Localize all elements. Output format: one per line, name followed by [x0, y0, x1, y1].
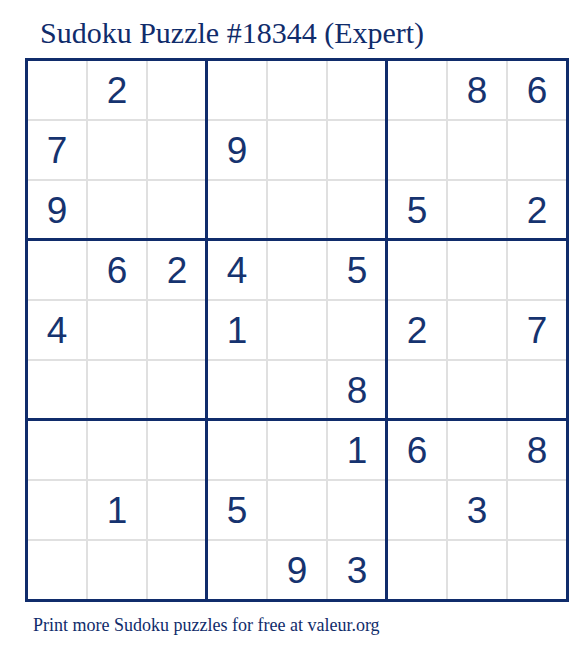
- block-divider-horizontal-1: [28, 238, 566, 241]
- cell-r8c8: 3: [448, 481, 506, 539]
- cell-r2c5: [268, 121, 326, 179]
- footer-text: Print more Sudoku puzzles for free at va…: [33, 615, 380, 636]
- cell-r7c2: [88, 421, 146, 479]
- cell-r6c3: [148, 361, 206, 419]
- cell-r5c9: 7: [508, 301, 566, 359]
- cell-r8c2: 1: [88, 481, 146, 539]
- cell-r9c3: [148, 541, 206, 599]
- cell-r9c4: [208, 541, 266, 599]
- cell-r1c4: [208, 61, 266, 119]
- cell-r3c4: [208, 181, 266, 239]
- cell-r5c2: [88, 301, 146, 359]
- cell-r1c5: [268, 61, 326, 119]
- cell-r9c5: 9: [268, 541, 326, 599]
- cell-r7c6: 1: [328, 421, 386, 479]
- cell-r8c7: [388, 481, 446, 539]
- cell-r9c9: [508, 541, 566, 599]
- cell-r6c7: [388, 361, 446, 419]
- cell-r7c7: 6: [388, 421, 446, 479]
- cell-r2c3: [148, 121, 206, 179]
- cell-r1c8: 8: [448, 61, 506, 119]
- cell-r4c5: [268, 241, 326, 299]
- block-divider-horizontal-2: [28, 418, 566, 421]
- cell-r8c4: 5: [208, 481, 266, 539]
- cell-r3c3: [148, 181, 206, 239]
- cell-r1c1: [28, 61, 86, 119]
- cell-r7c3: [148, 421, 206, 479]
- cell-r6c8: [448, 361, 506, 419]
- cell-r2c9: [508, 121, 566, 179]
- cell-r7c1: [28, 421, 86, 479]
- cell-r8c3: [148, 481, 206, 539]
- cell-r3c2: [88, 181, 146, 239]
- cell-r3c6: [328, 181, 386, 239]
- cell-r3c7: 5: [388, 181, 446, 239]
- cell-r5c5: [268, 301, 326, 359]
- cell-r2c7: [388, 121, 446, 179]
- cell-r8c1: [28, 481, 86, 539]
- cell-r2c8: [448, 121, 506, 179]
- cell-r4c3: 2: [148, 241, 206, 299]
- cell-r8c6: [328, 481, 386, 539]
- cell-r6c5: [268, 361, 326, 419]
- cell-r7c5: [268, 421, 326, 479]
- cell-r4c2: 6: [88, 241, 146, 299]
- cell-r7c8: [448, 421, 506, 479]
- cell-r2c6: [328, 121, 386, 179]
- sudoku-grid: 2867995262454127816815393: [28, 61, 566, 599]
- cell-r6c4: [208, 361, 266, 419]
- cell-r4c8: [448, 241, 506, 299]
- cell-r4c1: [28, 241, 86, 299]
- cell-r1c9: 6: [508, 61, 566, 119]
- cell-r3c5: [268, 181, 326, 239]
- cell-r1c7: [388, 61, 446, 119]
- cell-r7c4: [208, 421, 266, 479]
- block-divider-vertical-1: [205, 61, 208, 599]
- cell-r5c7: 2: [388, 301, 446, 359]
- cell-r5c1: 4: [28, 301, 86, 359]
- cell-r5c4: 1: [208, 301, 266, 359]
- cell-r8c5: [268, 481, 326, 539]
- cell-r9c1: [28, 541, 86, 599]
- cell-r2c2: [88, 121, 146, 179]
- cell-r5c3: [148, 301, 206, 359]
- cell-r6c2: [88, 361, 146, 419]
- cell-r4c7: [388, 241, 446, 299]
- cell-r1c6: [328, 61, 386, 119]
- cell-r9c8: [448, 541, 506, 599]
- cell-r3c9: 2: [508, 181, 566, 239]
- cell-r3c8: [448, 181, 506, 239]
- block-divider-vertical-2: [385, 61, 388, 599]
- cell-r3c1: 9: [28, 181, 86, 239]
- sudoku-board: 2867995262454127816815393: [25, 58, 569, 602]
- cell-r9c6: 3: [328, 541, 386, 599]
- cell-r5c8: [448, 301, 506, 359]
- cell-r9c2: [88, 541, 146, 599]
- cell-r5c6: [328, 301, 386, 359]
- cell-r9c7: [388, 541, 446, 599]
- cell-r6c9: [508, 361, 566, 419]
- cell-r8c9: [508, 481, 566, 539]
- cell-r7c9: 8: [508, 421, 566, 479]
- cell-r1c2: 2: [88, 61, 146, 119]
- cell-r4c6: 5: [328, 241, 386, 299]
- cell-r4c4: 4: [208, 241, 266, 299]
- cell-r6c1: [28, 361, 86, 419]
- cell-r6c6: 8: [328, 361, 386, 419]
- cell-r2c4: 9: [208, 121, 266, 179]
- cell-r2c1: 7: [28, 121, 86, 179]
- cell-r4c9: [508, 241, 566, 299]
- page-title: Sudoku Puzzle #18344 (Expert): [40, 16, 424, 50]
- cell-r1c3: [148, 61, 206, 119]
